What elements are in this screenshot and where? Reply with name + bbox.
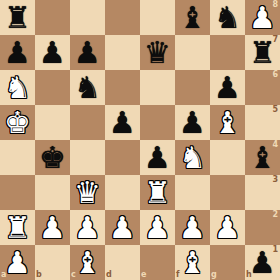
piece-black-pawn-f5[interactable]: ♟ [175, 105, 210, 140]
square-g5[interactable]: ♝ [210, 105, 245, 140]
square-a6[interactable]: ♞ [0, 70, 35, 105]
square-f1[interactable]: ♝f [175, 245, 210, 280]
square-g7[interactable] [210, 35, 245, 70]
square-a5[interactable]: ♚ [0, 105, 35, 140]
square-d6[interactable] [105, 70, 140, 105]
piece-white-king-a5[interactable]: ♚ [0, 105, 35, 140]
square-b3[interactable] [35, 175, 70, 210]
square-a1[interactable]: ♟a [0, 245, 35, 280]
square-b4[interactable]: ♚ [35, 140, 70, 175]
rank-label-2: 2 [272, 211, 278, 219]
piece-white-bishop-g5[interactable]: ♝ [210, 105, 245, 140]
piece-black-pawn-d5[interactable]: ♟ [105, 105, 140, 140]
file-label-e: e [141, 271, 146, 279]
square-c4[interactable] [70, 140, 105, 175]
rank-label-3: 3 [272, 176, 278, 184]
square-b6[interactable] [35, 70, 70, 105]
square-g3[interactable] [210, 175, 245, 210]
square-h8[interactable]: ♟8 [245, 0, 280, 35]
square-a8[interactable]: ♜ [0, 0, 35, 35]
square-h7[interactable]: ♜7 [245, 35, 280, 70]
chess-board: ♜♝♞♟8♟♟♟♛♜7♞♞♟6♚♟♟♝5♚♟♞♝4♛♜3♜♟♟♟♟♟♟2♟ab♝… [0, 0, 280, 280]
square-e6[interactable] [140, 70, 175, 105]
square-h6[interactable]: 6 [245, 70, 280, 105]
square-c3[interactable]: ♛ [70, 175, 105, 210]
square-b2[interactable]: ♟ [35, 210, 70, 245]
piece-white-pawn-g2[interactable]: ♟ [210, 210, 245, 245]
rank-label-5: 5 [272, 106, 278, 114]
piece-black-pawn-b7[interactable]: ♟ [35, 35, 70, 70]
piece-black-pawn-h1[interactable]: ♟ [245, 245, 280, 280]
square-f3[interactable] [175, 175, 210, 210]
file-label-b: b [36, 271, 42, 279]
square-c2[interactable]: ♟ [70, 210, 105, 245]
piece-white-bishop-f1[interactable]: ♝ [175, 245, 210, 280]
piece-black-pawn-a7[interactable]: ♟ [0, 35, 35, 70]
square-e4[interactable]: ♟ [140, 140, 175, 175]
square-h5[interactable]: 5 [245, 105, 280, 140]
file-label-d: d [106, 271, 112, 279]
square-c1[interactable]: ♝c [70, 245, 105, 280]
square-a7[interactable]: ♟ [0, 35, 35, 70]
piece-black-rook-a8[interactable]: ♜ [0, 0, 35, 35]
square-d7[interactable] [105, 35, 140, 70]
piece-black-king-b4[interactable]: ♚ [35, 140, 70, 175]
square-e5[interactable] [140, 105, 175, 140]
square-d4[interactable] [105, 140, 140, 175]
piece-white-pawn-e2[interactable]: ♟ [140, 210, 175, 245]
square-f2[interactable]: ♟ [175, 210, 210, 245]
rank-label-6: 6 [272, 71, 278, 79]
piece-black-knight-c6[interactable]: ♞ [70, 70, 105, 105]
square-e8[interactable] [140, 0, 175, 35]
square-h2[interactable]: 2 [245, 210, 280, 245]
square-f8[interactable]: ♝ [175, 0, 210, 35]
piece-white-pawn-c2[interactable]: ♟ [70, 210, 105, 245]
square-h4[interactable]: ♝4 [245, 140, 280, 175]
square-g6[interactable]: ♟ [210, 70, 245, 105]
square-d3[interactable] [105, 175, 140, 210]
piece-white-pawn-h8[interactable]: ♟ [245, 0, 280, 35]
square-a2[interactable]: ♜ [0, 210, 35, 245]
square-g1[interactable]: g [210, 245, 245, 280]
square-a4[interactable] [0, 140, 35, 175]
square-h3[interactable]: 3 [245, 175, 280, 210]
square-b7[interactable]: ♟ [35, 35, 70, 70]
piece-white-pawn-f2[interactable]: ♟ [175, 210, 210, 245]
piece-black-queen-e7[interactable]: ♛ [140, 35, 175, 70]
square-a3[interactable] [0, 175, 35, 210]
square-c5[interactable] [70, 105, 105, 140]
piece-white-queen-c3[interactable]: ♛ [70, 175, 105, 210]
piece-black-bishop-h4[interactable]: ♝ [245, 140, 280, 175]
square-d5[interactable]: ♟ [105, 105, 140, 140]
square-h1[interactable]: ♟1h [245, 245, 280, 280]
piece-white-pawn-a1[interactable]: ♟ [0, 245, 35, 280]
piece-white-rook-a2[interactable]: ♜ [0, 210, 35, 245]
square-c7[interactable]: ♟ [70, 35, 105, 70]
square-c8[interactable] [70, 0, 105, 35]
square-e7[interactable]: ♛ [140, 35, 175, 70]
square-f5[interactable]: ♟ [175, 105, 210, 140]
piece-black-pawn-e4[interactable]: ♟ [140, 140, 175, 175]
piece-black-rook-h7[interactable]: ♜ [245, 35, 280, 70]
piece-black-pawn-c7[interactable]: ♟ [70, 35, 105, 70]
piece-white-knight-a6[interactable]: ♞ [0, 70, 35, 105]
piece-white-pawn-d2[interactable]: ♟ [105, 210, 140, 245]
square-b5[interactable] [35, 105, 70, 140]
piece-white-pawn-b2[interactable]: ♟ [35, 210, 70, 245]
square-e2[interactable]: ♟ [140, 210, 175, 245]
piece-black-pawn-g6[interactable]: ♟ [210, 70, 245, 105]
square-g2[interactable]: ♟ [210, 210, 245, 245]
piece-white-rook-e3[interactable]: ♜ [140, 175, 175, 210]
square-c6[interactable]: ♞ [70, 70, 105, 105]
piece-black-knight-g8[interactable]: ♞ [210, 0, 245, 35]
square-g4[interactable] [210, 140, 245, 175]
square-e3[interactable]: ♜ [140, 175, 175, 210]
square-f7[interactable] [175, 35, 210, 70]
square-f6[interactable] [175, 70, 210, 105]
square-e1[interactable]: e [140, 245, 175, 280]
piece-white-knight-f4[interactable]: ♞ [175, 140, 210, 175]
square-f4[interactable]: ♞ [175, 140, 210, 175]
square-g8[interactable]: ♞ [210, 0, 245, 35]
square-b1[interactable]: b [35, 245, 70, 280]
square-d8[interactable] [105, 0, 140, 35]
square-b8[interactable] [35, 0, 70, 35]
square-d1[interactable]: d [105, 245, 140, 280]
file-label-g: g [211, 271, 217, 279]
square-d2[interactable]: ♟ [105, 210, 140, 245]
piece-black-bishop-f8[interactable]: ♝ [175, 0, 210, 35]
piece-white-bishop-c1[interactable]: ♝ [70, 245, 105, 280]
